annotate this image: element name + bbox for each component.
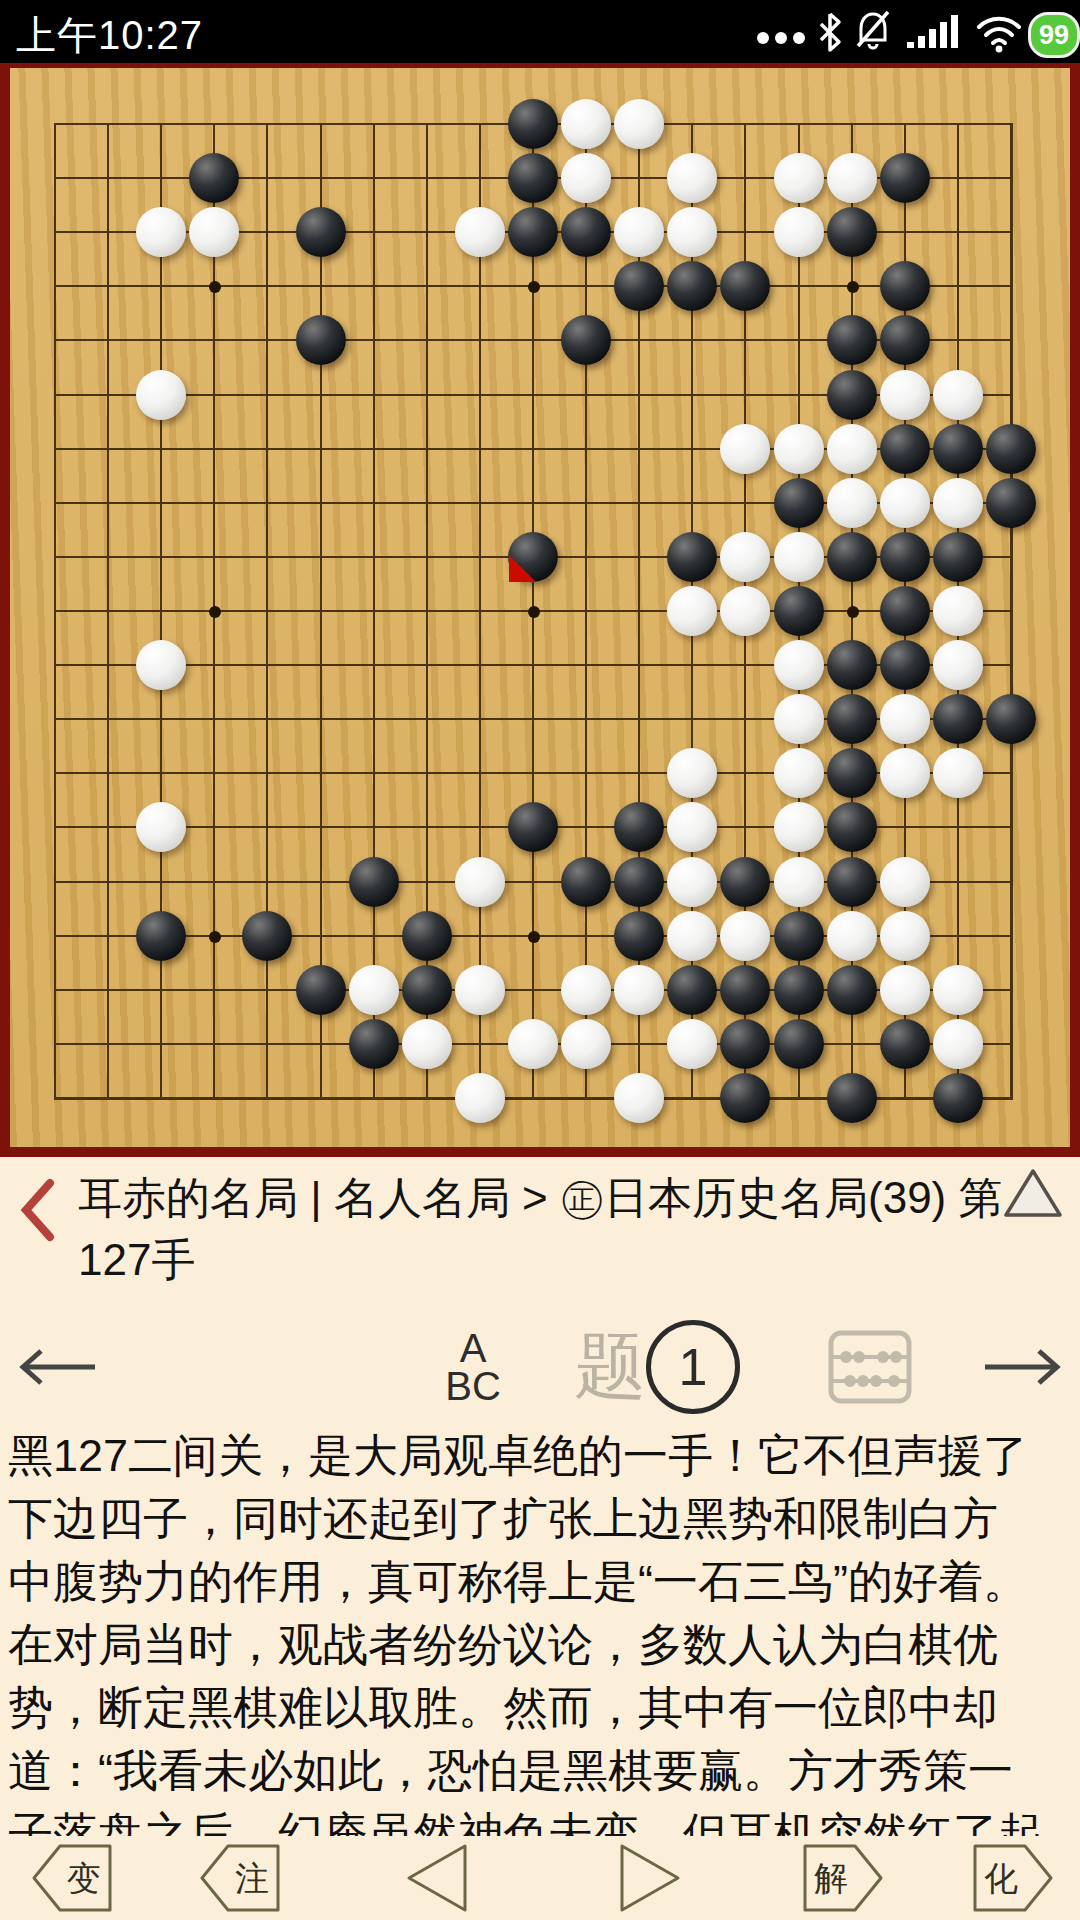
black-stone [667,965,717,1015]
collapse-triangle-icon[interactable] [1000,1165,1066,1221]
title-bar: 耳赤的名局 | 名人名局 > ㊣日本历史名局(39) 第 127手 [0,1157,1080,1310]
move-number: 1 [679,1337,708,1397]
black-stone [667,532,717,582]
black-stone [774,1019,824,1069]
black-stone [880,532,930,582]
button-label: 注 [235,1859,269,1897]
white-stone [614,965,664,1015]
black-stone [827,532,877,582]
white-stone [667,1019,717,1069]
next-arrow-icon[interactable] [978,1310,1068,1424]
star-point [847,281,859,293]
star-point [528,931,540,943]
black-stone [880,153,930,203]
black-stone [720,965,770,1015]
go-board-wood [10,68,1070,1147]
white-stone [136,370,186,420]
white-stone [774,532,824,582]
white-stone [827,424,877,474]
white-stone [880,478,930,528]
transform-button[interactable]: 化 [969,1840,1057,1916]
battery-icon: 99 [1028,12,1080,58]
star-point [528,606,540,618]
black-stone [349,857,399,907]
white-stone [774,207,824,257]
black-stone [296,965,346,1015]
move-number-badge: 1 [646,1320,740,1414]
button-label: 解 [814,1859,848,1897]
black-stone [827,370,877,420]
commentary-text[interactable]: 黑127二间关，是大局观卓绝的一手！它不但声援了下边四子，同时还起到了扩张上边黑… [8,1424,1074,1836]
commentary-line: 子落盘之后，幻庵虽然神色未变，但耳机突然红了起 [8,1802,1074,1836]
white-stone [774,640,824,690]
black-stone [774,586,824,636]
white-stone [667,857,717,907]
variation-button[interactable]: 变 [28,1840,116,1916]
black-stone [827,965,877,1015]
white-stone [933,478,983,528]
abc-labels-icon[interactable]: A BC [418,1310,528,1424]
wifi-icon [972,0,1026,63]
signal-icon [905,0,963,63]
battery-percent: 99 [1039,20,1069,51]
move-toolbar: A BC 题 1 [0,1310,1080,1424]
white-stone [774,748,824,798]
white-stone [880,370,930,420]
black-stone [986,478,1036,528]
black-stone [774,478,824,528]
bottom-bar: 变注解化 [0,1836,1080,1920]
white-stone [774,424,824,474]
white-stone [933,748,983,798]
abc-top: A [460,1329,487,1367]
commentary-line: 中腹势力的作用，真可称得上是“一石三鸟”的好着。 [8,1550,1074,1613]
white-stone [880,965,930,1015]
black-stone [880,586,930,636]
black-stone [880,315,930,365]
commentary-line: 势，断定黑棋难以取胜。然而，其中有一位郎中却 [8,1676,1074,1739]
last-move-marker [509,555,536,582]
white-stone [933,640,983,690]
white-stone [774,802,824,852]
white-stone [136,640,186,690]
white-stone [933,965,983,1015]
status-bar: 上午10:27 99 [0,0,1080,63]
white-stone [933,370,983,420]
black-stone [827,802,877,852]
black-stone [827,315,877,365]
black-stone [508,207,558,257]
black-stone [827,748,877,798]
white-stone [720,911,770,961]
white-stone [455,1073,505,1123]
black-stone [880,261,930,311]
black-stone [614,911,664,961]
black-stone [880,1019,930,1069]
next-move-button[interactable] [612,1840,688,1916]
white-stone [774,694,824,744]
white-stone [880,911,930,961]
black-stone [880,424,930,474]
commentary-line: 黑127二间关，是大局观卓绝的一手！它不但声援了 [8,1424,1074,1487]
black-stone [402,965,452,1015]
black-stone [827,640,877,690]
white-stone [880,694,930,744]
white-stone [720,532,770,582]
white-stone [827,153,877,203]
black-stone [933,694,983,744]
back-chevron-icon[interactable] [14,1175,60,1245]
white-stone [561,99,611,149]
more-dots-icon [755,0,807,63]
go-board-panel [0,63,1080,1157]
white-stone [774,153,824,203]
commentary-line: 下边四子，同时还起到了扩张上边黑势和限制白方 [8,1487,1074,1550]
title-line1: 耳赤的名局 | 名人名局 > ㊣日本历史名局(39) 第 [78,1167,1008,1229]
white-stone [933,586,983,636]
black-stone [933,1073,983,1123]
commentary-line: 在对局当时，观战者纷纷议论，多数人认为白棋优 [8,1613,1074,1676]
abc-bottom: BC [445,1367,501,1405]
title-line2: 127手 [78,1229,1008,1291]
answer-button[interactable]: 解 [799,1840,887,1916]
black-stone [561,857,611,907]
black-stone [827,694,877,744]
white-stone [349,965,399,1015]
mute-bell-icon [852,0,894,63]
white-stone [880,748,930,798]
black-stone [933,424,983,474]
commentary-line: 道：“我看未必如此，恐怕是黑棋要赢。方才秀策一 [8,1739,1074,1802]
white-stone [455,965,505,1015]
black-stone [614,857,664,907]
white-stone [774,857,824,907]
black-stone [296,315,346,365]
white-stone [455,207,505,257]
white-stone [561,1019,611,1069]
white-stone [614,99,664,149]
white-stone [827,478,877,528]
black-stone [242,911,292,961]
black-stone [136,911,186,961]
abacus-icon[interactable] [820,1310,920,1424]
white-stone [827,911,877,961]
black-stone [986,424,1036,474]
page-title: 耳赤的名局 | 名人名局 > ㊣日本历史名局(39) 第 127手 [78,1167,1008,1291]
app-screen: { "status_bar": { "time": "上午10:27", "ba… [0,0,1080,1920]
white-stone [561,965,611,1015]
clock: 上午10:27 [16,8,203,63]
black-stone [402,911,452,961]
move-number-badge-wrap[interactable]: 1 [600,1310,786,1424]
black-stone [720,1019,770,1069]
bluetooth-icon [815,0,845,63]
button-label: 变 [67,1859,101,1897]
black-stone [508,153,558,203]
black-stone [986,694,1036,744]
black-stone [880,640,930,690]
black-stone [933,532,983,582]
black-stone [827,1073,877,1123]
white-stone [614,1073,664,1123]
black-stone [720,1073,770,1123]
black-stone [561,207,611,257]
black-stone [296,207,346,257]
white-stone [720,424,770,474]
white-stone [561,153,611,203]
black-stone [774,965,824,1015]
white-stone [667,911,717,961]
black-stone [774,911,824,961]
white-stone [667,586,717,636]
black-stone [827,857,877,907]
white-stone [402,1019,452,1069]
white-stone [880,857,930,907]
white-stone [508,1019,558,1069]
prev-move-button[interactable] [399,1840,475,1916]
button-label: 化 [984,1859,1018,1897]
black-stone [508,99,558,149]
white-stone [933,1019,983,1069]
star-point [209,931,221,943]
star-point [847,606,859,618]
comment-button[interactable]: 注 [196,1840,284,1916]
black-stone [827,207,877,257]
white-stone [455,857,505,907]
black-stone [720,857,770,907]
prev-arrow-icon[interactable] [12,1310,102,1424]
black-stone [349,1019,399,1069]
